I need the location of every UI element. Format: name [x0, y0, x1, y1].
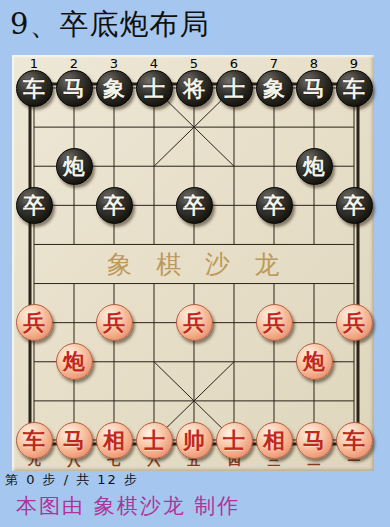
- xiangqi-diagram-page: { "game": "xiangqi", "title": "9、卒底炮布局",…: [0, 0, 390, 527]
- piece-red-b[interactable]: 相: [256, 422, 293, 459]
- piece-red-n[interactable]: 马: [296, 422, 333, 459]
- piece-red-p[interactable]: 兵: [256, 304, 293, 341]
- piece-red-n[interactable]: 马: [56, 422, 93, 459]
- page-title: 9、卒底炮布局: [10, 5, 386, 45]
- step-counter: 第 0 步 / 共 12 步: [5, 471, 139, 489]
- piece-red-r[interactable]: 车: [16, 422, 53, 459]
- piece-black-a[interactable]: 士: [136, 70, 173, 107]
- piece-black-r[interactable]: 车: [16, 70, 53, 107]
- piece-red-c[interactable]: 炮: [56, 343, 93, 380]
- piece-red-b[interactable]: 相: [96, 422, 133, 459]
- piece-black-a[interactable]: 士: [216, 70, 253, 107]
- piece-red-r[interactable]: 车: [336, 422, 373, 459]
- piece-black-n[interactable]: 马: [296, 70, 333, 107]
- piece-black-c[interactable]: 炮: [56, 148, 93, 185]
- piece-black-b[interactable]: 象: [96, 70, 133, 107]
- piece-black-b[interactable]: 象: [256, 70, 293, 107]
- piece-black-k[interactable]: 将: [176, 70, 213, 107]
- piece-red-p[interactable]: 兵: [336, 304, 373, 341]
- piece-black-p[interactable]: 卒: [16, 187, 53, 224]
- piece-black-p[interactable]: 卒: [96, 187, 133, 224]
- piece-black-p[interactable]: 卒: [256, 187, 293, 224]
- piece-red-a[interactable]: 士: [136, 422, 173, 459]
- credit-text: 本图由 象棋沙龙 制作: [16, 492, 240, 520]
- piece-red-p[interactable]: 兵: [96, 304, 133, 341]
- piece-black-p[interactable]: 卒: [176, 187, 213, 224]
- piece-red-p[interactable]: 兵: [176, 304, 213, 341]
- piece-red-k[interactable]: 帅: [176, 422, 213, 459]
- piece-black-n[interactable]: 马: [56, 70, 93, 107]
- piece-red-c[interactable]: 炮: [296, 343, 333, 380]
- piece-red-a[interactable]: 士: [216, 422, 253, 459]
- piece-black-r[interactable]: 车: [336, 70, 373, 107]
- piece-black-p[interactable]: 卒: [336, 187, 373, 224]
- piece-red-p[interactable]: 兵: [16, 304, 53, 341]
- river-watermark: 象棋沙龙: [12, 247, 374, 283]
- piece-black-c[interactable]: 炮: [296, 148, 333, 185]
- xiangqi-board: 象棋沙龙 123456789 九八七六五四三二一 车马象士将士象马车炮炮卒卒卒卒…: [12, 55, 374, 471]
